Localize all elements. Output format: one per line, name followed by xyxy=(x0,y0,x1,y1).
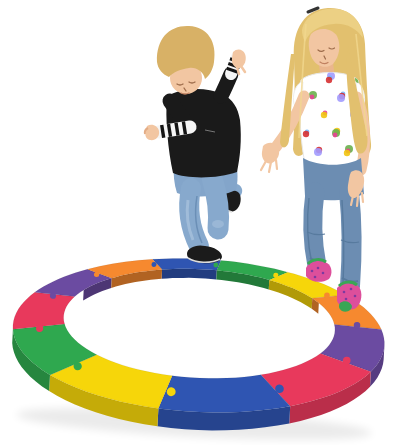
balance-ring xyxy=(8,249,389,445)
shirt-dot xyxy=(310,95,315,100)
boy xyxy=(145,26,246,263)
shirt-dot xyxy=(337,94,345,102)
boy-right-hand xyxy=(232,50,246,69)
girl-right-leg xyxy=(349,192,351,286)
shirt-dot xyxy=(321,112,327,118)
shirt-dot xyxy=(314,148,322,156)
shirt-dot xyxy=(326,77,332,83)
shirt-dot xyxy=(303,131,309,137)
girl-hair-front-left xyxy=(280,54,295,147)
girl xyxy=(261,8,371,312)
balance-ring-scene xyxy=(0,0,400,445)
shirt-dot xyxy=(344,150,350,156)
shirt-dot xyxy=(333,133,338,138)
girl-left-leg xyxy=(313,192,317,266)
boy-knee-highlight xyxy=(212,220,224,228)
product-photo xyxy=(0,0,400,445)
boy-right-fingers xyxy=(237,66,245,74)
